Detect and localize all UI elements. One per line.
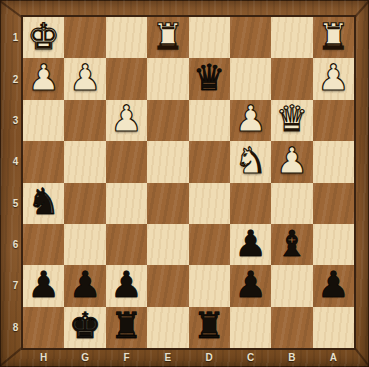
square-e7[interactable]	[147, 265, 188, 306]
frame-miter-bottom-right	[353, 347, 369, 367]
file-label-g: G	[64, 348, 105, 367]
square-g7[interactable]: ♟	[64, 265, 105, 306]
square-e2[interactable]	[147, 58, 188, 99]
white-pawn: ♟	[317, 60, 349, 96]
square-b1[interactable]	[271, 17, 312, 58]
black-pawn: ♟	[69, 267, 101, 303]
square-g8[interactable]: ♚	[64, 307, 105, 348]
square-e6[interactable]	[147, 224, 188, 265]
black-bishop: ♝	[276, 226, 308, 262]
file-label-c: C	[230, 348, 271, 367]
rank-label-2: 2	[8, 58, 23, 99]
white-rook: ♜	[152, 19, 184, 55]
square-c2[interactable]	[230, 58, 271, 99]
rank-label-6: 6	[8, 224, 23, 265]
black-knight: ♞	[28, 184, 60, 220]
file-label-e: E	[147, 348, 188, 367]
square-h3[interactable]	[23, 100, 64, 141]
square-g6[interactable]	[64, 224, 105, 265]
square-b3[interactable]: ♛	[271, 100, 312, 141]
black-rook: ♜	[110, 308, 142, 344]
square-e5[interactable]	[147, 183, 188, 224]
square-h5[interactable]: ♞	[23, 183, 64, 224]
square-d6[interactable]	[189, 224, 230, 265]
rank-label-3: 3	[8, 100, 23, 141]
square-b4[interactable]: ♟	[271, 141, 312, 182]
square-f4[interactable]	[106, 141, 147, 182]
square-c5[interactable]	[230, 183, 271, 224]
file-label-f: F	[106, 348, 147, 367]
square-a4[interactable]	[313, 141, 354, 182]
square-c1[interactable]	[230, 17, 271, 58]
square-b2[interactable]	[271, 58, 312, 99]
file-label-b: B	[271, 348, 312, 367]
square-g5[interactable]	[64, 183, 105, 224]
square-a1[interactable]: ♜	[313, 17, 354, 58]
square-f7[interactable]: ♟	[106, 265, 147, 306]
white-pawn: ♟	[28, 60, 60, 96]
black-pawn: ♟	[110, 267, 142, 303]
square-e1[interactable]: ♜	[147, 17, 188, 58]
square-g3[interactable]	[64, 100, 105, 141]
black-rook: ♜	[193, 308, 225, 344]
square-g4[interactable]	[64, 141, 105, 182]
file-label-h: H	[23, 348, 64, 367]
square-h1[interactable]: ♚	[23, 17, 64, 58]
square-h2[interactable]: ♟	[23, 58, 64, 99]
square-e8[interactable]	[147, 307, 188, 348]
square-f1[interactable]	[106, 17, 147, 58]
square-c4[interactable]: ♞	[230, 141, 271, 182]
rank-label-5: 5	[8, 183, 23, 224]
white-pawn: ♟	[110, 101, 142, 137]
white-pawn: ♟	[234, 101, 266, 137]
white-pawn: ♟	[276, 143, 308, 179]
square-h8[interactable]	[23, 307, 64, 348]
square-h4[interactable]	[23, 141, 64, 182]
square-c3[interactable]: ♟	[230, 100, 271, 141]
square-c8[interactable]	[230, 307, 271, 348]
square-c6[interactable]: ♟	[230, 224, 271, 265]
rank-label-8: 8	[8, 307, 23, 348]
square-f3[interactable]: ♟	[106, 100, 147, 141]
rank-label-7: 7	[8, 265, 23, 306]
square-a3[interactable]	[313, 100, 354, 141]
square-a2[interactable]: ♟	[313, 58, 354, 99]
square-f6[interactable]	[106, 224, 147, 265]
square-b6[interactable]: ♝	[271, 224, 312, 265]
black-pawn: ♟	[234, 267, 266, 303]
square-d1[interactable]	[189, 17, 230, 58]
black-queen: ♛	[193, 60, 225, 96]
square-h6[interactable]	[23, 224, 64, 265]
square-b5[interactable]	[271, 183, 312, 224]
board-frame: 12345678 HGFEDCBA ♚♜♜♟♟♛♟♟♟♛♞♟♞♟♝♟♟♟♟♟♚♜…	[0, 0, 369, 367]
square-c7[interactable]: ♟	[230, 265, 271, 306]
white-pawn: ♟	[69, 60, 101, 96]
square-b8[interactable]	[271, 307, 312, 348]
square-a8[interactable]	[313, 307, 354, 348]
square-e3[interactable]	[147, 100, 188, 141]
square-f8[interactable]: ♜	[106, 307, 147, 348]
square-b7[interactable]	[271, 265, 312, 306]
square-d4[interactable]	[189, 141, 230, 182]
square-d7[interactable]	[189, 265, 230, 306]
square-a7[interactable]: ♟	[313, 265, 354, 306]
square-d3[interactable]	[189, 100, 230, 141]
chess-board: ♚♜♜♟♟♛♟♟♟♛♞♟♞♟♝♟♟♟♟♟♚♜♜	[23, 17, 354, 348]
rank-label-4: 4	[8, 141, 23, 182]
square-g2[interactable]: ♟	[64, 58, 105, 99]
square-e4[interactable]	[147, 141, 188, 182]
file-label-a: A	[313, 348, 354, 367]
black-king: ♚	[69, 308, 101, 344]
file-label-d: D	[189, 348, 230, 367]
square-a5[interactable]	[313, 183, 354, 224]
black-pawn: ♟	[234, 226, 266, 262]
black-pawn: ♟	[28, 267, 60, 303]
frame-miter-top-right	[353, 0, 369, 19]
white-king: ♚	[28, 19, 60, 55]
rank-label-1: 1	[8, 17, 23, 58]
frame-miter-bottom-left	[0, 346, 24, 367]
square-d5[interactable]	[189, 183, 230, 224]
square-f2[interactable]	[106, 58, 147, 99]
frame-miter-top-left	[0, 0, 24, 19]
white-knight: ♞	[234, 143, 266, 179]
square-f5[interactable]	[106, 183, 147, 224]
white-queen: ♛	[276, 101, 308, 137]
square-h7[interactable]: ♟	[23, 265, 64, 306]
square-a6[interactable]	[313, 224, 354, 265]
white-rook: ♜	[317, 19, 349, 55]
black-pawn: ♟	[317, 267, 349, 303]
square-d8[interactable]: ♜	[189, 307, 230, 348]
square-d2[interactable]: ♛	[189, 58, 230, 99]
square-g1[interactable]	[64, 17, 105, 58]
